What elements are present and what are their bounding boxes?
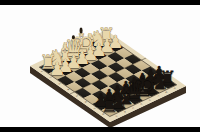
rank-label: 2 [49,77,53,79]
letterbox-top [0,0,200,5]
file-label: h [173,87,177,89]
file-label: c [131,107,134,109]
rank-label: 3 [57,83,61,85]
rank-label: 5 [75,95,79,97]
chess-board: 12345678 hgfedcba [30,30,186,122]
rank-label: 1 [40,70,44,72]
rank-label: 6 [84,101,88,103]
letterbox-bottom [0,127,200,132]
file-label: g [164,91,168,93]
file-label: d [140,103,144,105]
rank-label: 8 [101,113,105,115]
file-label: e [148,99,152,101]
file-label: b [123,111,127,113]
chess-set-photo: 12345678 hgfedcba ♜♞♝♛♚♝♞♜♟♟♟♟♟♟♟♟♟♟♟♟♟♟… [0,0,200,132]
file-label: a [115,115,119,117]
rank-label: 7 [92,107,96,109]
file-label: f [157,96,160,98]
rank-label: 4 [66,89,70,91]
